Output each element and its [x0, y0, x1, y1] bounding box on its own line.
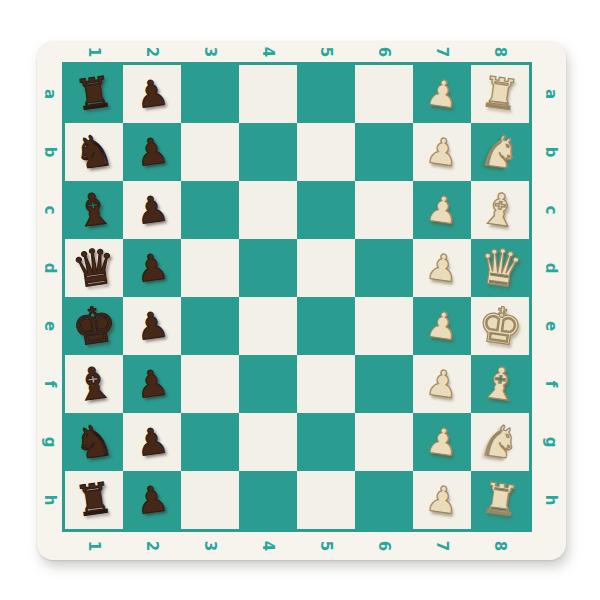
piece-light-pawn-f7: ♟: [424, 364, 461, 404]
square-g2: ♟: [123, 413, 181, 471]
rank-labels-top: 12345678: [65, 41, 529, 63]
file-labels-left: abcdefgh: [37, 65, 63, 529]
piece-light-king-e8: ♚: [474, 298, 525, 354]
square-h7: ♟: [413, 471, 471, 529]
square-c2: ♟: [123, 181, 181, 239]
chess-board: ♜♟♟♜♞♟♟♞♝♟♟♝♛♟♟♛♚♟♟♚♝♟♟♝♞♟♟♞♜♟♟♜: [62, 62, 532, 532]
piece-dark-pawn-f2: ♟: [134, 364, 171, 404]
piece-dark-pawn-b2: ♟: [134, 132, 171, 172]
square-d8: ♛: [471, 239, 529, 297]
square-g6: [355, 413, 413, 471]
piece-dark-pawn-h2: ♟: [134, 480, 171, 520]
square-g5: [297, 413, 355, 471]
square-d7: ♟: [413, 239, 471, 297]
square-h5: [297, 471, 355, 529]
square-c8: ♝: [471, 181, 529, 239]
piece-dark-rook-a1: ♜: [72, 71, 115, 118]
square-g4: [239, 413, 297, 471]
piece-light-knight-g8: ♞: [477, 417, 522, 466]
piece-light-pawn-g7: ♟: [424, 422, 461, 462]
file-labels-right: abcdefgh: [536, 65, 566, 529]
square-f6: [355, 355, 413, 413]
square-c3: [181, 181, 239, 239]
square-g1: ♞: [65, 413, 123, 471]
square-d5: [297, 239, 355, 297]
square-f8: ♝: [471, 355, 529, 413]
square-c5: [297, 181, 355, 239]
piece-light-knight-b8: ♞: [477, 127, 522, 176]
square-d2: ♟: [123, 239, 181, 297]
piece-light-pawn-h7: ♟: [424, 480, 461, 520]
square-e1: ♚: [65, 297, 123, 355]
square-a5: [297, 65, 355, 123]
piece-light-rook-h8: ♜: [478, 477, 521, 524]
square-h4: [239, 471, 297, 529]
square-c7: ♟: [413, 181, 471, 239]
square-e2: ♟: [123, 297, 181, 355]
square-b2: ♟: [123, 123, 181, 181]
square-d6: [355, 239, 413, 297]
square-a7: ♟: [413, 65, 471, 123]
square-a3: [181, 65, 239, 123]
piece-dark-pawn-a2: ♟: [134, 74, 171, 114]
square-b7: ♟: [413, 123, 471, 181]
square-d4: [239, 239, 297, 297]
piece-light-pawn-e7: ♟: [424, 306, 461, 346]
piece-dark-king-e1: ♚: [68, 298, 119, 354]
square-b5: [297, 123, 355, 181]
square-f7: ♟: [413, 355, 471, 413]
square-a4: [239, 65, 297, 123]
piece-light-bishop-f8: ♝: [477, 359, 522, 408]
square-b6: [355, 123, 413, 181]
square-h8: ♜: [471, 471, 529, 529]
piece-dark-rook-h1: ♜: [72, 477, 115, 524]
piece-dark-knight-g1: ♞: [71, 417, 116, 466]
piece-dark-bishop-f1: ♝: [71, 359, 116, 408]
square-f4: [239, 355, 297, 413]
piece-dark-knight-b1: ♞: [71, 127, 116, 176]
square-a8: ♜: [471, 65, 529, 123]
square-b1: ♞: [65, 123, 123, 181]
square-e4: [239, 297, 297, 355]
square-f1: ♝: [65, 355, 123, 413]
piece-light-pawn-d7: ♟: [424, 248, 461, 288]
piece-light-rook-a8: ♜: [478, 71, 521, 118]
square-h3: [181, 471, 239, 529]
piece-dark-pawn-d2: ♟: [134, 248, 171, 288]
square-g8: ♞: [471, 413, 529, 471]
square-f5: [297, 355, 355, 413]
piece-dark-bishop-c1: ♝: [71, 185, 116, 234]
rank-labels-bottom: 12345678: [65, 532, 529, 560]
square-g7: ♟: [413, 413, 471, 471]
square-e3: [181, 297, 239, 355]
square-h1: ♜: [65, 471, 123, 529]
square-f3: [181, 355, 239, 413]
square-b4: [239, 123, 297, 181]
piece-light-pawn-a7: ♟: [424, 74, 461, 114]
square-f2: ♟: [123, 355, 181, 413]
piece-light-queen-d8: ♛: [474, 240, 525, 296]
square-b3: [181, 123, 239, 181]
piece-dark-pawn-g2: ♟: [134, 422, 171, 462]
square-h6: [355, 471, 413, 529]
product-photo-stage: 12345678 12345678 abcdefgh abcdefgh ♜♟♟♜…: [0, 0, 600, 600]
vinyl-chess-mat: 12345678 12345678 abcdefgh abcdefgh ♜♟♟♜…: [37, 41, 566, 560]
square-a6: [355, 65, 413, 123]
square-a1: ♜: [65, 65, 123, 123]
square-c6: [355, 181, 413, 239]
piece-light-bishop-c8: ♝: [477, 185, 522, 234]
piece-dark-pawn-c2: ♟: [134, 190, 171, 230]
square-g3: [181, 413, 239, 471]
piece-dark-pawn-e2: ♟: [134, 306, 171, 346]
square-c4: [239, 181, 297, 239]
square-a2: ♟: [123, 65, 181, 123]
piece-dark-queen-d1: ♛: [68, 240, 119, 296]
square-e6: [355, 297, 413, 355]
square-e7: ♟: [413, 297, 471, 355]
square-d1: ♛: [65, 239, 123, 297]
square-e5: [297, 297, 355, 355]
piece-light-pawn-c7: ♟: [424, 190, 461, 230]
square-h2: ♟: [123, 471, 181, 529]
square-b8: ♞: [471, 123, 529, 181]
square-c1: ♝: [65, 181, 123, 239]
square-e8: ♚: [471, 297, 529, 355]
piece-light-pawn-b7: ♟: [424, 132, 461, 172]
square-d3: [181, 239, 239, 297]
